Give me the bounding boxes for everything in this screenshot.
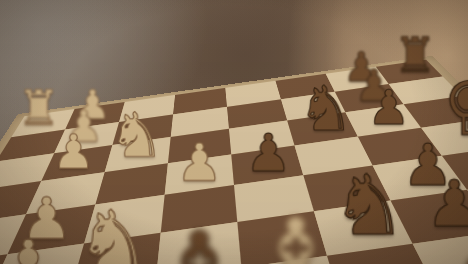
piece-black-pawn-e5[interactable]: ♟ bbox=[234, 127, 304, 179]
square-b5[interactable]: ♝ bbox=[241, 256, 343, 264]
piece-black-pawn-f7[interactable]: ♟ bbox=[357, 84, 421, 131]
photo-scene: ♜♟♟♜♟♟♟♞♞♟♚♟♟♚♛♟♟♛♝♟♞♞♟♝♟♝♝♟♜♟♟♜ bbox=[0, 0, 468, 264]
chess-board: ♜♟♟♜♟♟♟♞♞♟♚♟♟♚♛♟♟♛♝♟♞♞♟♝♟♝♝♟♜♟♟♜ bbox=[0, 56, 468, 264]
piece-black-knight-f6[interactable]: ♞ bbox=[294, 78, 358, 140]
piece-black-bishop-b4[interactable]: ♝ bbox=[149, 218, 246, 264]
piece-white-knight-f3[interactable]: ♞ bbox=[105, 105, 169, 167]
piece-white-knight-c3[interactable]: ♞ bbox=[70, 200, 156, 264]
piece-white-bishop-b5[interactable]: ♝ bbox=[246, 205, 343, 264]
square-e4[interactable]: ♟ bbox=[165, 154, 234, 194]
board-perspective-scene: ♜♟♟♜♟♟♟♞♞♟♚♟♟♚♛♟♟♛♝♟♞♞♟♝♟♝♝♟♜♟♟♜ bbox=[0, 0, 468, 264]
piece-black-pawn-b7[interactable]: ♟ bbox=[439, 217, 468, 264]
piece-white-pawn-c2[interactable]: ♟ bbox=[0, 232, 71, 264]
square-c3[interactable]: ♞ bbox=[70, 233, 160, 264]
piece-white-pawn-f2[interactable]: ♟ bbox=[42, 128, 106, 175]
piece-white-pawn-e4[interactable]: ♟ bbox=[164, 137, 234, 189]
